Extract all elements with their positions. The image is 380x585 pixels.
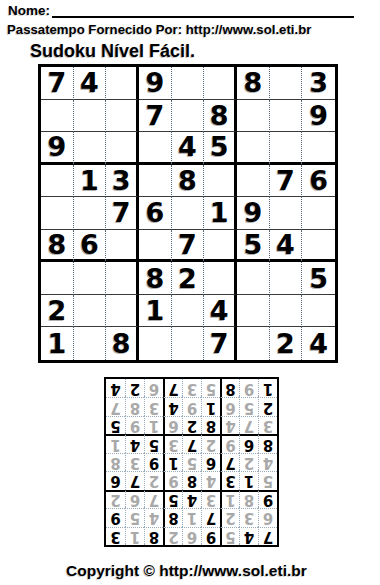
puzzle-cell xyxy=(237,262,270,295)
puzzle-cell: 8 xyxy=(237,67,270,100)
solution-cell: 3 xyxy=(182,379,201,397)
solution-cell: 5 xyxy=(182,453,201,471)
puzzle-cell xyxy=(237,327,270,360)
puzzle-cell xyxy=(270,100,303,133)
puzzle-cell xyxy=(270,197,303,230)
solution-cell: 1 xyxy=(125,527,144,545)
puzzle-cell xyxy=(106,230,139,263)
puzzle-cell xyxy=(237,100,270,133)
puzzle-grid: 749837899451387676198675482521418724 xyxy=(38,64,338,363)
solution-cell: 8 xyxy=(201,416,220,434)
solution-cell: 3 xyxy=(163,434,182,452)
puzzle-cell xyxy=(74,132,107,165)
puzzle-cell: 1 xyxy=(41,327,74,360)
solution-cell: 2 xyxy=(106,490,125,508)
puzzle-cell xyxy=(237,132,270,165)
solution-cell: 5 xyxy=(220,527,239,545)
puzzle-cell xyxy=(106,67,139,100)
solution-cell: 5 xyxy=(163,490,182,508)
puzzle-cell: 4 xyxy=(172,132,205,165)
solution-cell: 6 xyxy=(201,453,220,471)
solution-cell: 1 xyxy=(220,490,239,508)
puzzle-cell xyxy=(139,327,172,360)
solution-cell: 6 xyxy=(258,508,277,526)
solution-cell: 2 xyxy=(201,434,220,452)
puzzle-cell: 5 xyxy=(302,262,335,295)
solution-cell: 4 xyxy=(239,527,258,545)
solution-cell: 2 xyxy=(239,453,258,471)
solution-cell: 4 xyxy=(182,490,201,508)
solution-cell: 1 xyxy=(239,471,258,489)
puzzle-cell xyxy=(270,67,303,100)
puzzle-cell xyxy=(74,100,107,133)
puzzle-cell xyxy=(41,262,74,295)
solution-cell: 7 xyxy=(182,434,201,452)
page-title: Sudoku Nível Fácil. xyxy=(30,41,195,62)
solution-cell: 4 xyxy=(125,434,144,452)
solution-cell: 8 xyxy=(144,527,163,545)
provided-by-text: Passatempo Fornecido Por: http://www.sol… xyxy=(7,22,311,37)
solution-cell: 3 xyxy=(106,527,125,545)
puzzle-cell: 8 xyxy=(41,230,74,263)
solution-cell: 7 xyxy=(163,379,182,397)
solution-cell: 3 xyxy=(258,416,277,434)
name-label: Nome: xyxy=(8,3,50,18)
puzzle-cell: 6 xyxy=(302,165,335,198)
puzzle-cell: 6 xyxy=(74,230,107,263)
puzzle-cell xyxy=(302,230,335,263)
puzzle-cell xyxy=(237,165,270,198)
solution-cell: 9 xyxy=(220,434,239,452)
puzzle-cell: 1 xyxy=(139,295,172,328)
puzzle-cell xyxy=(139,132,172,165)
name-blank-line xyxy=(52,2,354,18)
solution-cell: 6 xyxy=(220,397,239,415)
puzzle-cell xyxy=(302,132,335,165)
solution-cell: 9 xyxy=(125,416,144,434)
solution-cell: 1 xyxy=(182,508,201,526)
solution-cell: 3 xyxy=(201,490,220,508)
solution-cell: 3 xyxy=(239,508,258,526)
solution-cell: 6 xyxy=(144,379,163,397)
solution-cell: 8 xyxy=(220,379,239,397)
puzzle-cell xyxy=(41,197,74,230)
puzzle-cell xyxy=(74,327,107,360)
copyright-text: Copyright © http://www.sol.eti.br xyxy=(66,562,307,580)
solution-cell: 6 xyxy=(239,434,258,452)
solution-cell: 4 xyxy=(258,453,277,471)
puzzle-cell: 6 xyxy=(139,197,172,230)
puzzle-cell xyxy=(139,165,172,198)
puzzle-cell xyxy=(106,295,139,328)
solution-cell: 7 xyxy=(106,397,125,415)
puzzle-cell: 9 xyxy=(139,67,172,100)
solution-cell: 9 xyxy=(163,471,182,489)
puzzle-cell: 4 xyxy=(204,295,237,328)
solution-cell: 9 xyxy=(182,397,201,415)
puzzle-cell xyxy=(172,100,205,133)
solution-cell: 5 xyxy=(239,397,258,415)
solution-cell: 2 xyxy=(258,397,277,415)
solution-cell: 8 xyxy=(106,453,125,471)
solution-cell: 2 xyxy=(125,379,144,397)
puzzle-cell xyxy=(237,295,270,328)
puzzle-cell: 1 xyxy=(74,165,107,198)
solution-cell: 7 xyxy=(220,453,239,471)
solution-cell: 4 xyxy=(201,471,220,489)
puzzle-cell xyxy=(106,262,139,295)
puzzle-cell: 7 xyxy=(270,165,303,198)
puzzle-cell: 4 xyxy=(302,327,335,360)
solution-cell: 4 xyxy=(220,416,239,434)
solution-cell: 2 xyxy=(144,471,163,489)
solution-cell: 4 xyxy=(144,508,163,526)
puzzle-cell xyxy=(270,132,303,165)
puzzle-cell: 5 xyxy=(237,230,270,263)
solution-cell: 7 xyxy=(258,527,277,545)
solution-cell: 9 xyxy=(258,490,277,508)
puzzle-cell: 1 xyxy=(204,197,237,230)
puzzle-cell: 2 xyxy=(172,262,205,295)
solution-cell: 5 xyxy=(144,434,163,452)
solution-cell: 8 xyxy=(163,508,182,526)
solution-cell: 1 xyxy=(258,379,277,397)
solution-cell: 2 xyxy=(182,416,201,434)
solution-cell: 1 xyxy=(106,434,125,452)
puzzle-cell: 9 xyxy=(41,132,74,165)
puzzle-cell xyxy=(302,197,335,230)
puzzle-cell: 2 xyxy=(270,327,303,360)
name-row: Nome: xyxy=(8,2,354,18)
puzzle-cell: 8 xyxy=(172,165,205,198)
puzzle-cell: 4 xyxy=(270,230,303,263)
puzzle-cell: 5 xyxy=(204,132,237,165)
puzzle-cell: 9 xyxy=(237,197,270,230)
puzzle-cell: 8 xyxy=(139,262,172,295)
solution-cell: 9 xyxy=(239,379,258,397)
solution-cell: 6 xyxy=(163,416,182,434)
puzzle-cell xyxy=(172,295,205,328)
solution-grid: 7459628136327184599813457625134892764276… xyxy=(104,377,279,547)
puzzle-cell xyxy=(204,67,237,100)
solution-cell: 2 xyxy=(220,508,239,526)
puzzle-cell: 7 xyxy=(41,67,74,100)
solution-cell: 5 xyxy=(201,379,220,397)
solution-cell: 1 xyxy=(163,453,182,471)
puzzle-cell: 7 xyxy=(172,230,205,263)
puzzle-cell xyxy=(172,327,205,360)
solution-cell: 6 xyxy=(106,471,125,489)
puzzle-cell: 4 xyxy=(74,67,107,100)
solution-cell: 8 xyxy=(258,434,277,452)
solution-cell: 9 xyxy=(106,508,125,526)
puzzle-cell xyxy=(302,295,335,328)
solution-cell: 3 xyxy=(125,453,144,471)
solution-cell: 7 xyxy=(125,471,144,489)
solution-cell: 2 xyxy=(163,527,182,545)
puzzle-cell xyxy=(139,230,172,263)
puzzle-cell xyxy=(106,100,139,133)
puzzle-cell: 7 xyxy=(204,327,237,360)
solution-cell: 5 xyxy=(258,471,277,489)
puzzle-cell xyxy=(172,197,205,230)
solution-cell: 7 xyxy=(144,490,163,508)
solution-cell: 6 xyxy=(125,490,144,508)
puzzle-cell xyxy=(74,197,107,230)
solution-cell: 3 xyxy=(144,397,163,415)
puzzle-cell xyxy=(172,67,205,100)
puzzle-cell xyxy=(204,230,237,263)
solution-cell: 7 xyxy=(239,416,258,434)
solution-cell: 5 xyxy=(106,416,125,434)
puzzle-cell xyxy=(74,262,107,295)
solution-cell: 6 xyxy=(182,527,201,545)
puzzle-cell: 8 xyxy=(204,100,237,133)
solution-cell: 7 xyxy=(201,508,220,526)
puzzle-cell xyxy=(41,100,74,133)
solution-cell: 8 xyxy=(239,490,258,508)
puzzle-cell: 2 xyxy=(41,295,74,328)
solution-cell: 8 xyxy=(182,471,201,489)
puzzle-cell xyxy=(41,165,74,198)
solution-cell: 9 xyxy=(144,453,163,471)
solution-cell: 1 xyxy=(201,397,220,415)
puzzle-cell: 7 xyxy=(106,197,139,230)
solution-cell: 8 xyxy=(125,397,144,415)
puzzle-cell: 9 xyxy=(302,100,335,133)
puzzle-cell xyxy=(106,132,139,165)
puzzle-cell xyxy=(74,295,107,328)
puzzle-cell xyxy=(270,262,303,295)
puzzle-cell: 3 xyxy=(106,165,139,198)
solution-cell: 5 xyxy=(125,508,144,526)
solution-cell: 4 xyxy=(106,379,125,397)
puzzle-cell: 3 xyxy=(302,67,335,100)
puzzle-cell: 7 xyxy=(139,100,172,133)
solution-cell: 3 xyxy=(220,471,239,489)
puzzle-cell: 8 xyxy=(106,327,139,360)
puzzle-cell xyxy=(204,165,237,198)
solution-cell: 4 xyxy=(163,397,182,415)
puzzle-cell xyxy=(270,295,303,328)
solution-cell: 1 xyxy=(144,416,163,434)
puzzle-cell xyxy=(204,262,237,295)
solution-cell: 9 xyxy=(201,527,220,545)
